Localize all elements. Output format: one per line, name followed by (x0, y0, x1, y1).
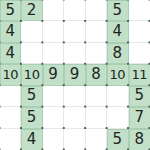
empty-cell-r4c3[interactable] (64, 86, 85, 107)
clue-cell-r3c0: 10 (0, 64, 21, 85)
clue-cell-r0c5: 5 (107, 0, 128, 21)
empty-cell-r4c0[interactable] (0, 86, 21, 107)
empty-cell-r0c3[interactable] (64, 0, 85, 21)
empty-cell-r1c4[interactable] (86, 21, 107, 42)
puzzle-board: 5254448101099810115557458 (0, 0, 150, 150)
empty-cell-r0c6[interactable] (129, 0, 150, 21)
empty-cell-r1c3[interactable] (64, 21, 85, 42)
clue-cell-r3c3: 9 (64, 64, 85, 85)
empty-cell-r6c3[interactable] (64, 129, 85, 150)
empty-cell-r2c3[interactable] (64, 43, 85, 64)
empty-cell-r6c2[interactable] (43, 129, 64, 150)
clue-cell-r3c1: 10 (21, 64, 42, 85)
empty-cell-r2c2[interactable] (43, 43, 64, 64)
empty-cell-r1c2[interactable] (43, 21, 64, 42)
empty-cell-r4c5[interactable] (107, 86, 128, 107)
empty-cell-r1c1[interactable] (21, 21, 42, 42)
empty-cell-r4c2[interactable] (43, 86, 64, 107)
clue-cell-r4c1: 5 (21, 86, 42, 107)
clue-cell-r3c5: 10 (107, 64, 128, 85)
clue-cell-r0c1: 2 (21, 0, 42, 21)
empty-cell-r0c2[interactable] (43, 0, 64, 21)
empty-cell-r5c4[interactable] (86, 107, 107, 128)
clue-cell-r3c2: 9 (43, 64, 64, 85)
empty-cell-r4c4[interactable] (86, 86, 107, 107)
clue-cell-r6c6: 8 (129, 129, 150, 150)
clue-cell-r6c5: 5 (107, 129, 128, 150)
clue-cell-r3c6: 11 (129, 64, 150, 85)
clue-cell-r1c5: 4 (107, 21, 128, 42)
clue-cell-r4c6: 5 (129, 86, 150, 107)
empty-cell-r1c6[interactable] (129, 21, 150, 42)
clue-cell-r6c1: 4 (21, 129, 42, 150)
empty-cell-r6c0[interactable] (0, 129, 21, 150)
empty-cell-r0c4[interactable] (86, 0, 107, 21)
empty-cell-r5c5[interactable] (107, 107, 128, 128)
empty-cell-r5c2[interactable] (43, 107, 64, 128)
empty-cell-r2c1[interactable] (21, 43, 42, 64)
empty-cell-r5c3[interactable] (64, 107, 85, 128)
empty-cell-r5c0[interactable] (0, 107, 21, 128)
empty-cell-r2c4[interactable] (86, 43, 107, 64)
empty-cell-r2c6[interactable] (129, 43, 150, 64)
clue-cell-r0c0: 5 (0, 0, 21, 21)
empty-cell-r6c4[interactable] (86, 129, 107, 150)
clue-cell-r1c0: 4 (0, 21, 21, 42)
clue-cell-r5c6: 7 (129, 107, 150, 128)
clue-cell-r3c4: 8 (86, 64, 107, 85)
clue-cell-r2c5: 8 (107, 43, 128, 64)
clue-cell-r5c1: 5 (21, 107, 42, 128)
clue-cell-r2c0: 4 (0, 43, 21, 64)
